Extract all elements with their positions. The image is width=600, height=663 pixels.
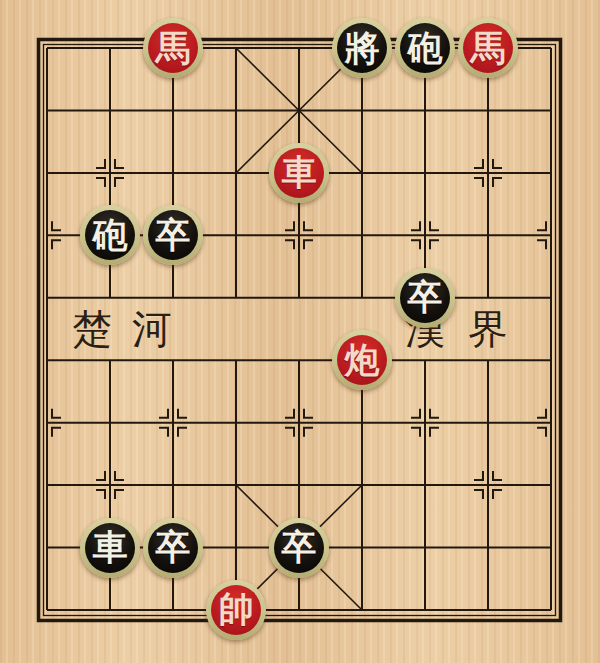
black-piece-disc: 卒 [274,523,324,573]
piece-black-cannon-2[interactable]: 砲 [80,205,140,265]
red-piece-disc: 車 [274,148,324,198]
piece-black-soldier-2[interactable]: 卒 [395,268,455,328]
piece-glyph: 砲 [93,217,128,252]
river-label-left: 楚河 [72,309,192,349]
black-piece-disc: 卒 [148,210,198,260]
piece-glyph: 馬 [471,30,506,65]
piece-glyph: 將 [345,30,380,65]
piece-black-cannon-1[interactable]: 砲 [395,18,455,78]
red-piece-disc: 馬 [148,23,198,73]
app-background: { "game": "xiangqi", "title": "Chinese c… [0,0,600,663]
piece-red-general[interactable]: 帥 [206,580,266,640]
piece-glyph: 砲 [408,30,443,65]
piece-black-soldier-3[interactable]: 卒 [143,518,203,578]
red-piece-disc: 帥 [211,585,261,635]
black-piece-disc: 卒 [148,523,198,573]
black-piece-disc: 車 [85,523,135,573]
piece-black-soldier-4[interactable]: 卒 [269,518,329,578]
piece-glyph: 車 [282,154,317,189]
piece-glyph: 卒 [156,529,191,564]
piece-glyph: 卒 [282,529,317,564]
piece-glyph: 炮 [345,342,380,377]
piece-red-chariot[interactable]: 車 [269,143,329,203]
piece-glyph: 馬 [156,30,191,65]
piece-red-horse-2[interactable]: 馬 [458,18,518,78]
black-piece-disc: 卒 [400,273,450,323]
piece-glyph: 卒 [156,217,191,252]
black-piece-disc: 砲 [85,210,135,260]
black-piece-disc: 砲 [400,23,450,73]
piece-red-cannon[interactable]: 炮 [332,330,392,390]
piece-glyph: 車 [93,529,128,564]
piece-black-general[interactable]: 將 [332,18,392,78]
piece-black-chariot[interactable]: 車 [80,518,140,578]
red-piece-disc: 馬 [463,23,513,73]
piece-glyph: 帥 [219,591,254,626]
piece-glyph: 卒 [408,279,443,314]
red-piece-disc: 炮 [337,335,387,385]
piece-red-horse-1[interactable]: 馬 [143,18,203,78]
black-piece-disc: 將 [337,23,387,73]
piece-black-soldier-1[interactable]: 卒 [143,205,203,265]
